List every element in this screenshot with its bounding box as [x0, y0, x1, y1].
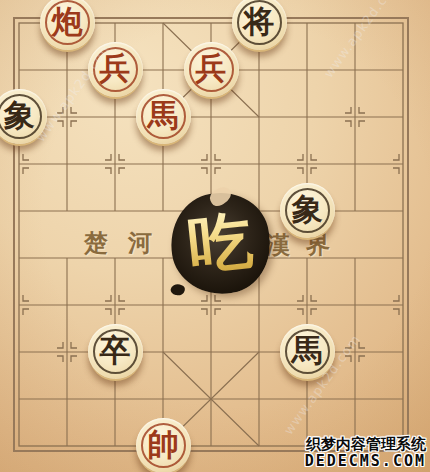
piece-black-soldier[interactable]: 卒: [91, 328, 139, 375]
piece-glyph: 炮: [52, 6, 83, 37]
piece-black-elephant[interactable]: 象: [0, 93, 43, 140]
xiangqi-game-screen: 楚河 漢界 炮将兵兵象馬象卒馬帥 吃 www.apk2d.com www.apk…: [0, 0, 430, 472]
piece-glyph: 帥: [148, 429, 179, 460]
piece-glyph: 将: [244, 6, 275, 37]
site-watermark: 织梦内容管理系统 DEDECMS.COM: [305, 436, 426, 471]
piece-black-horse[interactable]: 馬: [283, 328, 331, 375]
piece-glyph: 象: [292, 194, 323, 225]
piece-black-general[interactable]: 将: [235, 0, 283, 46]
piece-glyph: 兵: [196, 53, 227, 84]
piece-glyph: 馬: [292, 335, 323, 366]
piece-black-elephant[interactable]: 象: [283, 187, 331, 234]
piece-red-general[interactable]: 帥: [139, 422, 187, 469]
piece-glyph: 象: [4, 100, 35, 131]
piece-red-soldier[interactable]: 兵: [91, 46, 139, 93]
site-watermark-domain: DEDECMS.COM: [305, 453, 426, 470]
site-watermark-chinese: 织梦内容管理系统: [305, 436, 426, 453]
piece-glyph: 卒: [100, 335, 131, 366]
piece-glyph: 兵: [100, 53, 131, 84]
piece-red-cannon[interactable]: 炮: [43, 0, 91, 46]
piece-glyph: 馬: [148, 100, 179, 131]
capture-stamp-text: 吃: [166, 188, 275, 299]
piece-red-horse[interactable]: 馬: [139, 93, 187, 140]
piece-red-soldier[interactable]: 兵: [187, 46, 235, 93]
